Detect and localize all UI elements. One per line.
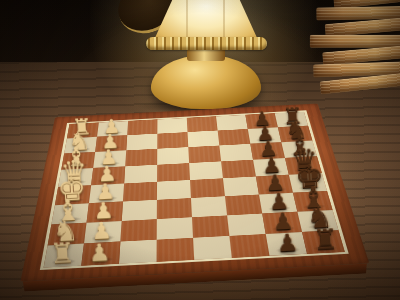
piece-white-pawn[interactable]: ♟: [88, 241, 111, 266]
square-e5[interactable]: [190, 178, 225, 198]
square-g4[interactable]: [157, 217, 193, 239]
square-h6[interactable]: [229, 234, 269, 258]
chessboard: ♜♟♟♜♞♟♟♞♝♟♟♝♛♟♟♛♚♟♟♚♝♟♟♝♞♟♟♞♜♟♟♜: [20, 104, 369, 282]
board-border-line: ♜♟♟♜♞♟♟♞♝♟♟♝♛♟♟♛♚♟♟♚♝♟♟♝♞♟♟♞♜♟♟♜: [40, 110, 349, 270]
square-h5[interactable]: [193, 236, 232, 260]
square-d5[interactable]: [189, 161, 223, 180]
square-c4[interactable]: [157, 147, 189, 165]
piece-black-rook[interactable]: ♜: [312, 226, 338, 255]
photo-scene: ♜♟♟♜♞♟♟♞♝♟♟♝♛♟♟♛♚♟♟♚♝♟♟♝♞♟♟♞♜♟♟♜: [0, 0, 400, 300]
square-f4[interactable]: [157, 198, 192, 219]
piece-black-pawn[interactable]: ♟: [276, 231, 299, 256]
board-grid: ♜♟♟♜♞♟♟♞♝♟♟♝♛♟♟♛♚♟♟♚♝♟♟♝♞♟♟♞♜♟♟♜: [44, 112, 345, 268]
square-h1[interactable]: ♜: [44, 243, 84, 267]
square-g3[interactable]: [120, 219, 156, 242]
square-b6[interactable]: [218, 129, 251, 146]
square-g5[interactable]: [192, 215, 229, 237]
square-f3[interactable]: [122, 200, 157, 221]
piece-white-rook[interactable]: ♜: [49, 239, 75, 268]
square-g6[interactable]: [227, 214, 266, 236]
square-f5[interactable]: [191, 196, 227, 217]
square-h2[interactable]: ♟: [81, 242, 120, 266]
square-e3[interactable]: [123, 182, 157, 202]
square-d3[interactable]: [124, 165, 157, 184]
square-f6[interactable]: [225, 194, 262, 215]
square-c3[interactable]: [125, 149, 157, 167]
square-h3[interactable]: [119, 240, 157, 264]
square-e4[interactable]: [157, 180, 191, 200]
square-h4[interactable]: [157, 238, 195, 262]
square-h7[interactable]: ♟: [266, 232, 307, 256]
square-d4[interactable]: [157, 163, 190, 182]
board-frame: ♜♟♟♜♞♟♟♞♝♟♟♝♛♟♟♛♚♟♟♚♝♟♟♝♞♟♟♞♜♟♟♜: [20, 104, 369, 282]
square-h8[interactable]: ♜: [302, 230, 345, 254]
square-b4[interactable]: [157, 132, 188, 149]
square-b3[interactable]: [126, 134, 157, 151]
square-d6[interactable]: [221, 160, 256, 179]
square-c5[interactable]: [188, 145, 221, 163]
square-c6[interactable]: [219, 144, 253, 162]
square-b5[interactable]: [187, 131, 219, 148]
chessboard-tilt: ♜♟♟♜♞♟♟♞♝♟♟♝♛♟♟♛♚♟♟♚♝♟♟♝♞♟♟♞♜♟♟♜: [0, 0, 400, 300]
square-e6[interactable]: [223, 177, 259, 197]
